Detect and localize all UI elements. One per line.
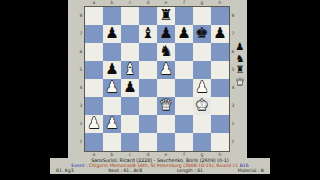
square-h4[interactable]	[211, 79, 229, 97]
square-d5[interactable]	[139, 61, 157, 79]
square-g8[interactable]	[193, 7, 211, 25]
black-king[interactable]: ♚	[193, 25, 211, 43]
coord-label: 3	[78, 97, 84, 115]
square-d7[interactable]: ♝	[139, 25, 157, 43]
square-b8[interactable]	[103, 7, 121, 25]
coord-label: d	[139, 0, 157, 6]
black-pawn[interactable]: ♟	[103, 61, 121, 79]
square-f4[interactable]	[175, 79, 193, 97]
black-knight[interactable]: ♞	[157, 43, 175, 61]
moves-line: 61. Kg3 Next : 61...Bc8 Length : 61 Mate…	[50, 168, 270, 173]
square-d6[interactable]	[139, 43, 157, 61]
white-pawn[interactable]: ♟	[193, 79, 211, 97]
square-a5[interactable]	[85, 61, 103, 79]
square-g4[interactable]: ♟	[193, 79, 211, 97]
square-d3[interactable]	[139, 97, 157, 115]
coord-label: 6	[78, 43, 84, 61]
coord-label: 1	[230, 133, 236, 151]
white-queen[interactable]: ♛	[157, 97, 175, 115]
square-c1[interactable]	[121, 133, 139, 151]
square-c3[interactable]	[121, 97, 139, 115]
material-tray: ♟♞♜♛	[234, 41, 246, 87]
coord-label: 1	[78, 133, 84, 151]
square-a2[interactable]: ♟	[85, 115, 103, 133]
next-move-text: Next : 61...Bc8	[108, 168, 142, 173]
black-pawn[interactable]: ♟	[121, 79, 139, 97]
square-g2[interactable]	[193, 115, 211, 133]
material-text: Material : B	[238, 168, 264, 173]
square-h8[interactable]	[211, 7, 229, 25]
square-g5[interactable]	[193, 61, 211, 79]
white-pawn[interactable]: ♟	[85, 115, 103, 133]
square-g6[interactable]	[193, 43, 211, 61]
coord-label: c	[121, 0, 139, 6]
file-labels-top: abcdefgh	[85, 0, 229, 6]
square-h1[interactable]	[211, 133, 229, 151]
coord-label: 2	[78, 115, 84, 133]
coord-label: g	[193, 0, 211, 6]
square-g1[interactable]	[193, 133, 211, 151]
black-pawn-icon: ♟	[236, 41, 245, 53]
board-panel: abcdefgh abcdefgh 87654321 87654321 ♜♟♝♟…	[68, 0, 247, 158]
square-a4[interactable]	[85, 79, 103, 97]
square-d2[interactable]	[139, 115, 157, 133]
square-d4[interactable]	[139, 79, 157, 97]
game-caption: SanzSuriol, Ricard (2228) - Savchenko, B…	[50, 158, 270, 174]
square-e8[interactable]: ♜	[157, 7, 175, 25]
white-pawn[interactable]: ♟	[103, 79, 121, 97]
square-e1[interactable]	[157, 133, 175, 151]
square-h6[interactable]	[211, 43, 229, 61]
square-b7[interactable]: ♟	[103, 25, 121, 43]
square-h7[interactable]: ♟	[211, 25, 229, 43]
square-h2[interactable]	[211, 115, 229, 133]
square-c2[interactable]	[121, 115, 139, 133]
coord-label: 4	[78, 79, 84, 97]
white-pawn[interactable]: ♟	[103, 115, 121, 133]
square-b6[interactable]	[103, 43, 121, 61]
square-h3[interactable]	[211, 97, 229, 115]
square-f5[interactable]	[175, 61, 193, 79]
square-b3[interactable]	[103, 97, 121, 115]
black-pawn[interactable]: ♟	[211, 25, 229, 43]
coord-label: 7	[78, 25, 84, 43]
square-c4[interactable]: ♟	[121, 79, 139, 97]
square-c5[interactable]: ♝	[121, 61, 139, 79]
chess-board[interactable]: ♜♟♝♟♟♚♟♞♟♝♟♟♟♟♛♚♟♟	[85, 7, 229, 151]
coord-label: 2	[230, 115, 236, 133]
square-e3[interactable]: ♛	[157, 97, 175, 115]
last-move-text: 61. Kg3	[56, 168, 74, 173]
coord-label: h	[211, 0, 229, 6]
square-f8[interactable]	[175, 7, 193, 25]
square-a3[interactable]	[85, 97, 103, 115]
square-e7[interactable]: ♟	[157, 25, 175, 43]
square-d8[interactable]	[139, 7, 157, 25]
black-rook[interactable]: ♜	[157, 7, 175, 25]
square-c6[interactable]	[121, 43, 139, 61]
square-e6[interactable]: ♞	[157, 43, 175, 61]
square-e2[interactable]	[157, 115, 175, 133]
white-queen-icon: ♛	[236, 76, 245, 88]
square-h5[interactable]	[211, 61, 229, 79]
square-f1[interactable]	[175, 133, 193, 151]
black-bishop[interactable]: ♝	[139, 25, 157, 43]
square-g7[interactable]: ♚	[193, 25, 211, 43]
square-c8[interactable]	[121, 7, 139, 25]
video-frame: { "game": "chess", "position": { "fen": …	[0, 0, 320, 180]
white-king[interactable]: ♚	[193, 97, 211, 115]
square-a1[interactable]	[85, 133, 103, 151]
white-bishop[interactable]: ♝	[121, 61, 139, 79]
black-pawn[interactable]: ♟	[157, 25, 175, 43]
square-a6[interactable]	[85, 43, 103, 61]
square-e4[interactable]	[157, 79, 175, 97]
square-f6[interactable]	[175, 43, 193, 61]
coord-label: 3	[230, 97, 236, 115]
square-e5[interactable]: ♟	[157, 61, 175, 79]
square-f7[interactable]: ♟	[175, 25, 193, 43]
coord-label: 8	[78, 7, 84, 25]
white-pawn[interactable]: ♟	[157, 61, 175, 79]
length-text: Length : 61	[177, 168, 203, 173]
coord-label: 8	[230, 7, 236, 25]
square-b5[interactable]: ♟	[103, 61, 121, 79]
square-f3[interactable]	[175, 97, 193, 115]
coord-label: a	[85, 0, 103, 6]
coord-label: 5	[78, 61, 84, 79]
square-c7[interactable]	[121, 25, 139, 43]
black-pawn[interactable]: ♟	[175, 25, 193, 43]
square-a7[interactable]	[85, 25, 103, 43]
square-f2[interactable]	[175, 115, 193, 133]
square-a8[interactable]	[85, 7, 103, 25]
black-rook-icon: ♜	[236, 64, 245, 76]
square-d1[interactable]	[139, 133, 157, 151]
coord-label: b	[103, 0, 121, 6]
coord-label: f	[175, 0, 193, 6]
rank-labels-left: 87654321	[78, 7, 84, 151]
square-b2[interactable]: ♟	[103, 115, 121, 133]
square-b4[interactable]: ♟	[103, 79, 121, 97]
square-b1[interactable]	[103, 133, 121, 151]
black-knight-icon: ♞	[236, 53, 245, 65]
square-g3[interactable]: ♚	[193, 97, 211, 115]
black-pawn[interactable]: ♟	[103, 25, 121, 43]
